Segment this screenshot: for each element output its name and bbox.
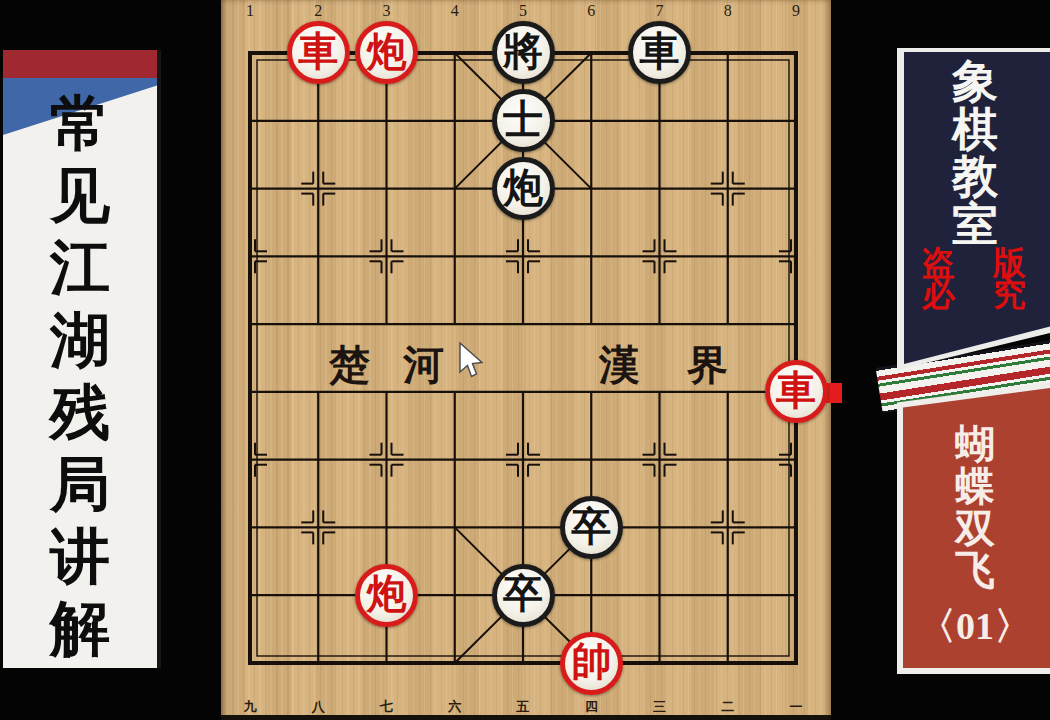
right-banner-subtitle-char: 蝶 (910, 466, 1040, 508)
piece-glyph: 卒 (503, 574, 543, 614)
right-banner-title-char: 象 (905, 58, 1045, 106)
video-frame: 123456789 九八七六五四三二一 楚河 漢界 車炮將車士炮車卒炮卒帥 常见… (0, 0, 1050, 720)
piece-black-f5r9[interactable]: 卒 (492, 564, 555, 627)
file-label-bottom: 一 (787, 698, 805, 716)
piece-black-f5r3[interactable]: 炮 (492, 157, 555, 220)
left-banner-char: 江 (3, 232, 157, 304)
piece-glyph: 炮 (367, 574, 407, 614)
left-banner-char: 湖 (3, 305, 157, 377)
right-banner-warning: 盗版必究 (903, 248, 1045, 310)
left-banner-char: 解 (3, 593, 157, 665)
piece-glyph: 卒 (571, 507, 611, 547)
file-label-top: 3 (378, 2, 396, 20)
file-label-top: 6 (582, 2, 600, 20)
file-label-bottom: 九 (241, 698, 259, 716)
piece-black-f5r1[interactable]: 將 (492, 21, 555, 84)
right-banner-subtitle: 蝴蝶双飞 (910, 424, 1040, 592)
piece-glyph: 將 (503, 32, 543, 72)
piece-glyph: 炮 (367, 32, 407, 72)
right-banner-title: 象棋教室 (905, 58, 1045, 248)
left-banner-red-band (3, 50, 157, 78)
left-banner-title: 常见江湖残局讲解 (3, 88, 157, 666)
right-banner-title-char: 室 (905, 201, 1045, 249)
right-banner-subtitle-char: 双 (910, 508, 1040, 550)
file-label-bottom: 三 (651, 698, 669, 716)
right-banner-warning-char: 盗 (903, 248, 974, 279)
right-banner-title-char: 棋 (905, 106, 1045, 154)
file-label-top: 4 (446, 2, 464, 20)
right-banner-series-number: 〈01〉 (900, 606, 1050, 646)
piece-black-f6r8[interactable]: 卒 (560, 496, 623, 559)
piece-red-f3r9[interactable]: 炮 (355, 564, 418, 627)
file-label-bottom: 四 (582, 698, 600, 716)
file-label-bottom: 二 (719, 698, 737, 716)
file-label-bottom: 八 (309, 698, 327, 716)
piece-glyph: 帥 (571, 642, 611, 682)
piece-black-f5r2[interactable]: 士 (492, 89, 555, 152)
right-banner-warning-char: 必 (903, 279, 974, 310)
file-label-top: 8 (719, 2, 737, 20)
piece-red-f6r10[interactable]: 帥 (560, 632, 623, 695)
right-banner-title-char: 教 (905, 153, 1045, 201)
piece-glyph: 炮 (503, 168, 543, 208)
right-banner-warning-char: 究 (974, 279, 1045, 310)
left-banner-char: 常 (3, 88, 157, 160)
file-label-top: 1 (241, 2, 259, 20)
left-banner: 常见江湖残局讲解 (3, 50, 161, 668)
piece-black-f7r1[interactable]: 車 (628, 21, 691, 84)
piece-glyph: 車 (776, 371, 816, 411)
piece-glyph: 車 (298, 32, 338, 72)
left-banner-char: 见 (3, 160, 157, 232)
mouse-cursor (458, 342, 484, 380)
left-banner-char: 讲 (3, 521, 157, 593)
file-label-top: 2 (309, 2, 327, 20)
piece-red-f2r1[interactable]: 車 (287, 21, 350, 84)
file-label-bottom: 五 (514, 698, 532, 716)
right-banner-subtitle-char: 蝴 (910, 424, 1040, 466)
left-banner-char: 局 (3, 449, 157, 521)
piece-glyph: 士 (503, 100, 543, 140)
file-label-bottom: 七 (378, 698, 396, 716)
right-banner-warning-char: 版 (974, 248, 1045, 279)
right-banner-subtitle-char: 飞 (910, 550, 1040, 592)
file-label-top: 9 (787, 2, 805, 20)
piece-glyph: 車 (640, 32, 680, 72)
file-label-bottom: 六 (446, 698, 464, 716)
file-label-top: 5 (514, 2, 532, 20)
left-banner-char: 残 (3, 377, 157, 449)
piece-red-f3r1[interactable]: 炮 (355, 21, 418, 84)
piece-red-f9r6[interactable]: 車 (765, 360, 828, 423)
file-label-top: 7 (651, 2, 669, 20)
pieces-layer: 車炮將車士炮車卒炮卒帥 (216, 19, 830, 697)
